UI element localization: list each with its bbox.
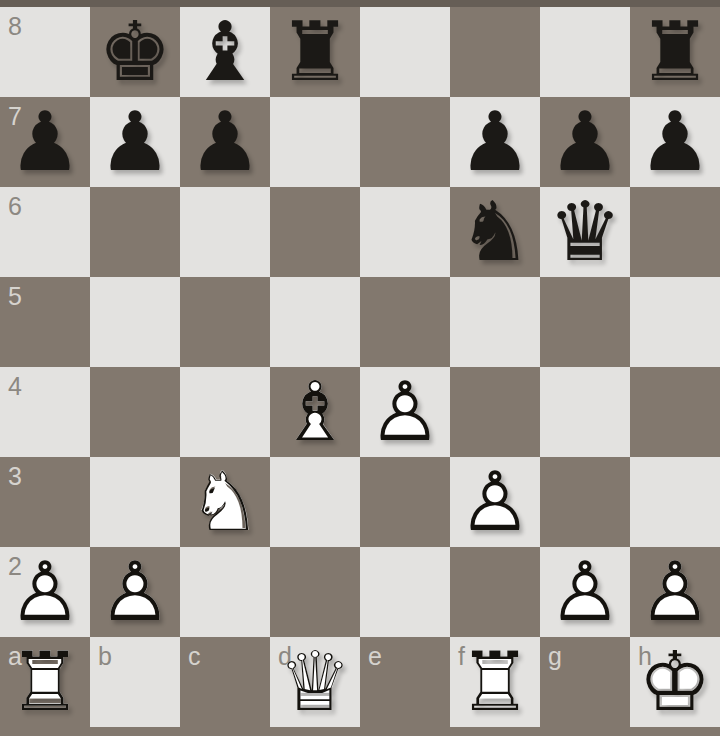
rank-label-3: 3	[8, 464, 22, 489]
file-label-e: e	[368, 644, 382, 669]
rank-label-5: 5	[8, 284, 22, 309]
white-piece-fill-layer: ♛	[270, 637, 360, 727]
square-g4[interactable]	[540, 367, 630, 457]
white-piece-fill-layer: ♟	[630, 547, 720, 637]
square-b7[interactable]: ♟	[90, 97, 180, 187]
white-piece-fill-layer: ♜	[0, 637, 90, 727]
square-e8[interactable]	[360, 7, 450, 97]
white-piece-fill-layer: ♟	[450, 457, 540, 547]
square-c1[interactable]: c	[180, 637, 270, 727]
piece-black-pawn[interactable]: ♟	[180, 97, 270, 187]
rank-label-6: 6	[8, 194, 22, 219]
square-f1[interactable]: f♜♖	[450, 637, 540, 727]
piece-black-rook[interactable]: ♜	[270, 7, 360, 97]
piece-black-pawn[interactable]: ♟	[450, 97, 540, 187]
piece-black-pawn[interactable]: ♟	[540, 97, 630, 187]
piece-white-pawn[interactable]: ♟♙	[0, 547, 90, 637]
square-g1[interactable]: g	[540, 637, 630, 727]
black-piece-glyph: ♜	[630, 7, 720, 97]
square-f2[interactable]	[450, 547, 540, 637]
square-d6[interactable]	[270, 187, 360, 277]
square-e2[interactable]	[360, 547, 450, 637]
black-piece-glyph: ♟	[450, 97, 540, 187]
square-g6[interactable]: ♛	[540, 187, 630, 277]
square-d4[interactable]: ♝♗	[270, 367, 360, 457]
square-b5[interactable]	[90, 277, 180, 367]
piece-white-pawn[interactable]: ♟♙	[90, 547, 180, 637]
square-h6[interactable]	[630, 187, 720, 277]
black-piece-glyph: ♚	[90, 7, 180, 97]
white-piece-outline-layer: ♙	[630, 547, 720, 637]
square-f7[interactable]: ♟	[450, 97, 540, 187]
white-piece-outline-layer: ♙	[540, 547, 630, 637]
white-piece-outline-layer: ♕	[270, 637, 360, 727]
square-h2[interactable]: ♟♙	[630, 547, 720, 637]
piece-white-rook[interactable]: ♜♖	[450, 637, 540, 727]
piece-white-pawn[interactable]: ♟♙	[450, 457, 540, 547]
square-a2[interactable]: 2♟♙	[0, 547, 90, 637]
square-g2[interactable]: ♟♙	[540, 547, 630, 637]
piece-black-queen[interactable]: ♛	[540, 187, 630, 277]
square-c8[interactable]: ♝	[180, 7, 270, 97]
square-c2[interactable]	[180, 547, 270, 637]
piece-white-pawn[interactable]: ♟♙	[360, 367, 450, 457]
square-h4[interactable]	[630, 367, 720, 457]
black-piece-glyph: ♟	[540, 97, 630, 187]
square-f5[interactable]	[450, 277, 540, 367]
square-b8[interactable]: ♚	[90, 7, 180, 97]
square-d7[interactable]	[270, 97, 360, 187]
white-piece-fill-layer: ♜	[450, 637, 540, 727]
square-a4[interactable]: 4	[0, 367, 90, 457]
square-e4[interactable]: ♟♙	[360, 367, 450, 457]
piece-white-king[interactable]: ♚♔	[630, 637, 720, 727]
black-piece-glyph: ♜	[270, 7, 360, 97]
black-piece-glyph: ♛	[540, 187, 630, 277]
white-piece-fill-layer: ♞	[180, 457, 270, 547]
square-h8[interactable]: ♜	[630, 7, 720, 97]
square-h7[interactable]: ♟	[630, 97, 720, 187]
piece-black-pawn[interactable]: ♟	[630, 97, 720, 187]
square-a3[interactable]: 3	[0, 457, 90, 547]
white-piece-outline-layer: ♙	[0, 547, 90, 637]
file-label-c: c	[188, 644, 201, 669]
piece-white-pawn[interactable]: ♟♙	[540, 547, 630, 637]
square-e5[interactable]	[360, 277, 450, 367]
square-a1[interactable]: a♜♖	[0, 637, 90, 727]
top-bar	[0, 0, 720, 7]
white-piece-outline-layer: ♖	[450, 637, 540, 727]
square-a8[interactable]: 8	[0, 7, 90, 97]
square-e1[interactable]: e	[360, 637, 450, 727]
piece-black-pawn[interactable]: ♟	[0, 97, 90, 187]
rank-label-4: 4	[8, 374, 22, 399]
square-d5[interactable]	[270, 277, 360, 367]
square-a7[interactable]: 7♟	[0, 97, 90, 187]
piece-white-bishop[interactable]: ♝♗	[270, 367, 360, 457]
white-piece-fill-layer: ♟	[0, 547, 90, 637]
piece-black-rook[interactable]: ♜	[630, 7, 720, 97]
square-a6[interactable]: 6	[0, 187, 90, 277]
white-piece-outline-layer: ♙	[450, 457, 540, 547]
square-f4[interactable]	[450, 367, 540, 457]
square-d3[interactable]	[270, 457, 360, 547]
black-piece-glyph: ♟	[180, 97, 270, 187]
piece-white-knight[interactable]: ♞♘	[180, 457, 270, 547]
square-c3[interactable]: ♞♘	[180, 457, 270, 547]
square-d1[interactable]: d♛♕	[270, 637, 360, 727]
white-piece-outline-layer: ♔	[630, 637, 720, 727]
piece-white-rook[interactable]: ♜♖	[0, 637, 90, 727]
square-b6[interactable]	[90, 187, 180, 277]
square-e6[interactable]	[360, 187, 450, 277]
white-piece-fill-layer: ♝	[270, 367, 360, 457]
square-c7[interactable]: ♟	[180, 97, 270, 187]
piece-black-pawn[interactable]: ♟	[90, 97, 180, 187]
black-piece-glyph: ♞	[450, 187, 540, 277]
square-f6[interactable]: ♞	[450, 187, 540, 277]
square-e3[interactable]	[360, 457, 450, 547]
square-e7[interactable]	[360, 97, 450, 187]
file-label-g: g	[548, 644, 562, 669]
white-piece-outline-layer: ♘	[180, 457, 270, 547]
chess-app: 8♚♝♜♜7♟♟♟♟♟♟6♞♛54♝♗♟♙3♞♘♟♙2♟♙♟♙♟♙♟♙a♜♖bc…	[0, 0, 720, 736]
white-piece-fill-layer: ♚	[630, 637, 720, 727]
square-b3[interactable]	[90, 457, 180, 547]
piece-white-pawn[interactable]: ♟♙	[630, 547, 720, 637]
black-piece-glyph: ♟	[90, 97, 180, 187]
square-g3[interactable]	[540, 457, 630, 547]
square-b2[interactable]: ♟♙	[90, 547, 180, 637]
square-h5[interactable]	[630, 277, 720, 367]
square-f8[interactable]	[450, 7, 540, 97]
piece-black-bishop[interactable]: ♝	[180, 7, 270, 97]
white-piece-outline-layer: ♗	[270, 367, 360, 457]
black-piece-glyph: ♟	[0, 97, 90, 187]
file-label-b: b	[98, 644, 112, 669]
white-piece-outline-layer: ♙	[360, 367, 450, 457]
square-g8[interactable]	[540, 7, 630, 97]
piece-black-king[interactable]: ♚	[90, 7, 180, 97]
rank-label-8: 8	[8, 14, 22, 39]
white-piece-outline-layer: ♖	[0, 637, 90, 727]
square-h1[interactable]: h♚♔	[630, 637, 720, 727]
white-piece-fill-layer: ♟	[360, 367, 450, 457]
square-d8[interactable]: ♜	[270, 7, 360, 97]
black-piece-glyph: ♝	[180, 7, 270, 97]
black-piece-glyph: ♟	[630, 97, 720, 187]
square-d2[interactable]	[270, 547, 360, 637]
white-piece-fill-layer: ♟	[90, 547, 180, 637]
piece-black-knight[interactable]: ♞	[450, 187, 540, 277]
chess-board: 8♚♝♜♜7♟♟♟♟♟♟6♞♛54♝♗♟♙3♞♘♟♙2♟♙♟♙♟♙♟♙a♜♖bc…	[0, 7, 720, 727]
square-b4[interactable]	[90, 367, 180, 457]
square-c6[interactable]	[180, 187, 270, 277]
square-c4[interactable]	[180, 367, 270, 457]
square-g7[interactable]: ♟	[540, 97, 630, 187]
white-piece-outline-layer: ♙	[90, 547, 180, 637]
square-c5[interactable]	[180, 277, 270, 367]
square-g5[interactable]	[540, 277, 630, 367]
square-b1[interactable]: b	[90, 637, 180, 727]
square-a5[interactable]: 5	[0, 277, 90, 367]
white-piece-fill-layer: ♟	[540, 547, 630, 637]
square-f3[interactable]: ♟♙	[450, 457, 540, 547]
piece-white-queen[interactable]: ♛♕	[270, 637, 360, 727]
square-h3[interactable]	[630, 457, 720, 547]
